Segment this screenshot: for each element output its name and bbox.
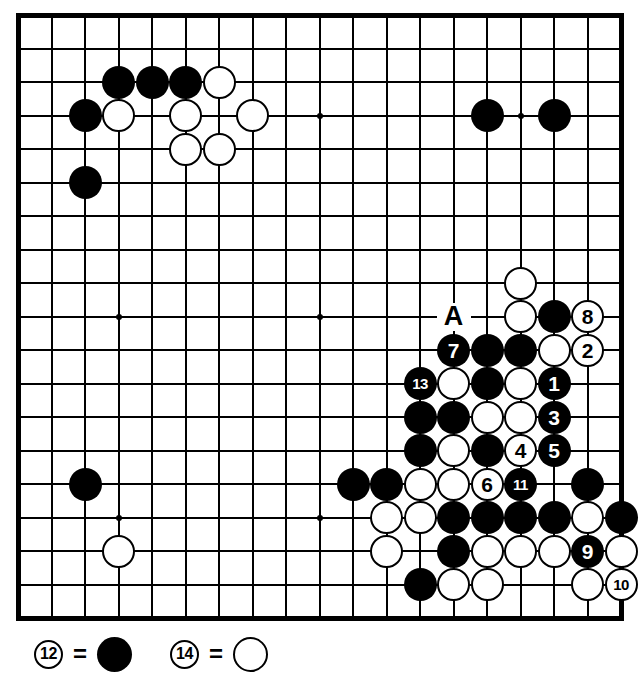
- star-point: [116, 515, 122, 521]
- stone-black-16-9: [538, 300, 571, 333]
- move-14-circled-number: 14: [170, 640, 199, 669]
- stone-white-12-14: [404, 468, 437, 501]
- black-stone-glyph: [97, 637, 132, 672]
- move-12-circled-number: 12: [34, 640, 63, 669]
- stone-black-16-15: [538, 501, 571, 534]
- stone-white-15-11: [504, 367, 537, 400]
- stone-black-2-14: [69, 468, 102, 501]
- stone-white-13-14: [437, 468, 470, 501]
- stone-white-17-17: [571, 568, 604, 601]
- stone-black-2-5: [69, 166, 102, 199]
- stone-white-5-3: [169, 99, 202, 132]
- stone-black-move-1-16-11: 1: [538, 367, 571, 400]
- stone-black-13-15: [437, 501, 470, 534]
- move-number: 13: [412, 376, 428, 391]
- stone-white-5-4: [169, 133, 202, 166]
- stone-black-17-14: [571, 468, 604, 501]
- white-stone-glyph: [233, 637, 268, 672]
- stone-black-move-13-12-11: 13: [404, 367, 437, 400]
- stone-white-15-9: [504, 300, 537, 333]
- caption: 12 = 14 =: [34, 634, 268, 674]
- stone-black-move-3-16-12: 3: [538, 401, 571, 434]
- stone-white-14-12: [471, 401, 504, 434]
- stone-black-12-12: [404, 401, 437, 434]
- stone-black-14-11: [471, 367, 504, 400]
- move-number: 9: [582, 541, 594, 562]
- star-point: [317, 515, 323, 521]
- stone-white-14-16: [471, 535, 504, 568]
- stone-white-move-6-14-14: 6: [471, 468, 504, 501]
- stone-black-11-14: [370, 468, 403, 501]
- stone-white-13-13: [437, 434, 470, 467]
- stone-white-13-11: [437, 367, 470, 400]
- stone-black-15-10: [504, 334, 537, 367]
- stone-white-16-16: [538, 535, 571, 568]
- stone-black-14-15: [471, 501, 504, 534]
- stone-white-3-16: [102, 535, 135, 568]
- go-diagram: 872131345611910A 12 = 14 =: [0, 0, 640, 676]
- move-number: 4: [515, 440, 527, 461]
- star-point: [317, 113, 323, 119]
- move-number: 11: [513, 477, 528, 492]
- stone-black-16-3: [538, 99, 571, 132]
- stone-white-6-4: [203, 133, 236, 166]
- stone-black-14-13: [471, 434, 504, 467]
- stone-white-move-8-17-9: 8: [571, 300, 604, 333]
- stone-black-12-17: [404, 568, 437, 601]
- stone-black-14-10: [471, 334, 504, 367]
- stone-white-move-10-18-17: 10: [605, 568, 638, 601]
- move-number: 10: [613, 577, 629, 592]
- stone-white-3-3: [102, 99, 135, 132]
- stone-white-6-2: [203, 66, 236, 99]
- stone-black-13-12: [437, 401, 470, 434]
- point-label-A: A: [437, 303, 471, 331]
- move-number: 3: [548, 407, 560, 428]
- move-number: 6: [481, 474, 493, 495]
- stone-black-move-11-15-14: 11: [504, 468, 537, 501]
- stone-black-move-7-13-10: 7: [437, 334, 470, 367]
- stone-black-10-14: [337, 468, 370, 501]
- star-point: [116, 314, 122, 320]
- stone-black-3-2: [102, 66, 135, 99]
- stone-white-12-15: [404, 501, 437, 534]
- stone-white-move-2-17-10: 2: [571, 334, 604, 367]
- stone-black-5-2: [169, 66, 202, 99]
- go-board: 872131345611910A: [0, 0, 640, 640]
- stone-white-move-4-15-13: 4: [504, 434, 537, 467]
- move-12-number: 12: [40, 646, 57, 662]
- move-number: 5: [548, 440, 560, 461]
- stone-white-16-10: [538, 334, 571, 367]
- move-number: 1: [548, 373, 560, 394]
- stone-white-17-15: [571, 501, 604, 534]
- stone-white-13-17: [437, 568, 470, 601]
- stone-black-move-5-16-13: 5: [538, 434, 571, 467]
- caption-equation-move-12: 12 =: [34, 637, 132, 672]
- equals-sign: =: [73, 640, 87, 668]
- move-number: 7: [448, 340, 460, 361]
- star-point: [518, 113, 524, 119]
- stone-white-14-17: [471, 568, 504, 601]
- stone-black-14-3: [471, 99, 504, 132]
- stone-white-11-15: [370, 501, 403, 534]
- stone-black-13-16: [437, 535, 470, 568]
- star-point: [317, 314, 323, 320]
- stone-white-7-3: [236, 99, 269, 132]
- stone-black-move-9-17-16: 9: [571, 535, 604, 568]
- move-number: 8: [582, 306, 594, 327]
- equals-sign: =: [209, 640, 223, 668]
- stone-white-11-16: [370, 535, 403, 568]
- stone-white-15-8: [504, 267, 537, 300]
- move-14-number: 14: [176, 646, 193, 662]
- stone-black-2-3: [69, 99, 102, 132]
- stone-black-18-15: [605, 501, 638, 534]
- stone-black-15-15: [504, 501, 537, 534]
- stone-white-18-16: [605, 535, 638, 568]
- stone-white-15-12: [504, 401, 537, 434]
- stone-white-15-16: [504, 535, 537, 568]
- stone-black-4-2: [136, 66, 169, 99]
- caption-equation-move-14: 14 =: [170, 637, 268, 672]
- stone-black-12-13: [404, 434, 437, 467]
- move-number: 2: [582, 340, 594, 361]
